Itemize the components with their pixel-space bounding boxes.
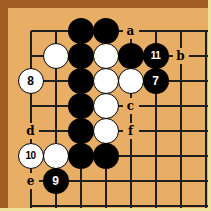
grid-line-vertical [80,168,82,193]
grid-line-vertical [155,143,157,168]
intersection-c4-r3[interactable]: c [118,93,143,118]
grid-line-vertical [55,31,57,44]
go-board-diagram: a11b87cdf10e9 [0,0,211,211]
intersection-c1-r0[interactable] [43,18,68,43]
cut-edge-strip-bottom [0,208,211,211]
point-label-f: f [123,123,139,139]
intersection-c3-r3[interactable] [93,93,118,118]
black-stone[interactable] [93,143,119,169]
intersection-c5-r0[interactable] [143,18,168,43]
white-stone[interactable] [93,68,119,94]
grid-line-vertical [180,168,182,193]
intersection-c1-r3[interactable] [43,93,68,118]
black-stone-move-9[interactable]: 9 [43,168,69,194]
intersection-c5-r5[interactable] [143,143,168,168]
point-label-c: c [123,98,139,114]
intersection-c3-r4[interactable] [93,118,118,143]
black-stone[interactable] [68,143,94,169]
grid-line-horizontal [31,105,44,107]
white-stone[interactable] [93,93,119,119]
intersection-c2-r2[interactable] [68,68,93,93]
stone-move-number: 9 [52,175,59,187]
white-stone[interactable] [43,143,69,169]
grid-line-horizontal [31,30,44,32]
intersection-c6-r3[interactable] [168,93,193,118]
grid-line-vertical [155,168,157,193]
grid-line-vertical [130,168,132,193]
intersection-c0-r4[interactable]: d [18,118,43,143]
grid-line-vertical [205,118,207,143]
intersection-c2-r5[interactable] [68,143,93,168]
intersection-c1-r4[interactable] [43,118,68,143]
grid-line-vertical [55,93,57,118]
point-label-d: d [23,123,39,139]
black-stone[interactable] [68,18,94,44]
intersection-c4-r5[interactable] [118,143,143,168]
intersection-c6-r1[interactable]: b [168,43,193,68]
point-label-b: b [173,48,189,64]
black-stone[interactable] [93,18,119,44]
intersection-c5-r2[interactable]: 7 [143,68,168,93]
grid-line-vertical [180,118,182,143]
intersection-c4-r6[interactable] [118,168,143,193]
intersection-c0-r5[interactable]: 10 [18,143,43,168]
grid-line-vertical [155,93,157,118]
grid-line-vertical [155,118,157,143]
grid-line-horizontal [31,205,44,207]
goban-grid: a11b87cdf10e9 [18,18,211,211]
stone-move-number: 11 [151,51,161,61]
grid-line-vertical [180,143,182,168]
grid-line-horizontal [31,55,44,57]
stone-move-number: 8 [27,75,34,87]
grid-line-vertical [205,93,207,118]
intersection-c3-r0[interactable] [93,18,118,43]
intersection-c3-r5[interactable] [93,143,118,168]
intersection-c2-r0[interactable] [68,18,93,43]
intersection-c5-r4[interactable] [143,118,168,143]
intersection-c6-r6[interactable] [168,168,193,193]
grid-line-vertical [30,93,32,118]
white-stone[interactable] [43,43,69,69]
white-stone[interactable] [93,43,119,69]
black-stone[interactable] [118,43,144,69]
grid-line-vertical [155,31,157,44]
grid-line-vertical [55,68,57,93]
white-stone-move-10[interactable]: 10 [18,143,44,169]
grid-line-vertical [30,31,32,44]
intersection-c1-r1[interactable] [43,43,68,68]
point-label-a: a [123,23,139,39]
intersection-c5-r6[interactable] [143,168,168,193]
grid-line-vertical [105,168,107,193]
grid-line-vertical [180,93,182,118]
intersection-c4-r0[interactable]: a [118,18,143,43]
grid-line-vertical [205,43,207,68]
intersection-c6-r0[interactable] [168,18,193,43]
black-stone[interactable] [68,118,94,144]
grid-line-vertical [205,31,207,44]
black-stone[interactable] [68,93,94,119]
intersection-c4-r4[interactable]: f [118,118,143,143]
intersection-c2-r1[interactable] [68,43,93,68]
intersection-c3-r2[interactable] [93,68,118,93]
intersection-c2-r6[interactable] [68,168,93,193]
intersection-c0-r3[interactable] [18,93,43,118]
white-stone[interactable] [93,118,119,144]
point-label-e: e [23,173,39,189]
grid-line-vertical [130,143,132,168]
black-stone-move-7[interactable]: 7 [143,68,169,94]
board-corner-border-left [0,0,8,211]
intersection-c4-r1[interactable] [118,43,143,68]
intersection-c1-r5[interactable] [43,143,68,168]
intersection-c0-r1[interactable] [18,43,43,68]
intersection-c4-r2[interactable] [118,68,143,93]
intersection-c2-r4[interactable] [68,118,93,143]
grid-line-vertical [205,68,207,93]
intersection-c2-r3[interactable] [68,93,93,118]
intersection-c0-r0[interactable] [18,18,43,43]
grid-line-vertical [205,143,207,168]
intersection-c6-r4[interactable] [168,118,193,143]
black-stone-move-11[interactable]: 11 [143,43,169,69]
grid-line-vertical [180,31,182,44]
white-stone[interactable] [118,68,144,94]
board-corner-border-top [0,0,211,8]
grid-line-vertical [30,43,32,68]
grid-line-vertical [205,168,207,193]
intersection-c1-r6[interactable]: 9 [43,168,68,193]
intersection-c0-r6[interactable]: e [18,168,43,193]
intersection-c6-r2[interactable] [168,68,193,93]
intersection-c1-r2[interactable] [43,68,68,93]
black-stone[interactable] [68,68,94,94]
stone-move-number: 7 [152,75,159,87]
cut-edge-strip-right [208,0,211,211]
intersection-c3-r1[interactable] [93,43,118,68]
grid-line-vertical [55,118,57,143]
intersection-c0-r2[interactable]: 8 [18,68,43,93]
intersection-c5-r1[interactable]: 11 [143,43,168,68]
white-stone-move-8[interactable]: 8 [18,68,44,94]
black-stone[interactable] [68,43,94,69]
grid-line-vertical [180,68,182,93]
stone-move-number: 10 [25,151,35,161]
intersection-c3-r6[interactable] [93,168,118,193]
intersection-c5-r3[interactable] [143,93,168,118]
intersection-c6-r5[interactable] [168,143,193,168]
